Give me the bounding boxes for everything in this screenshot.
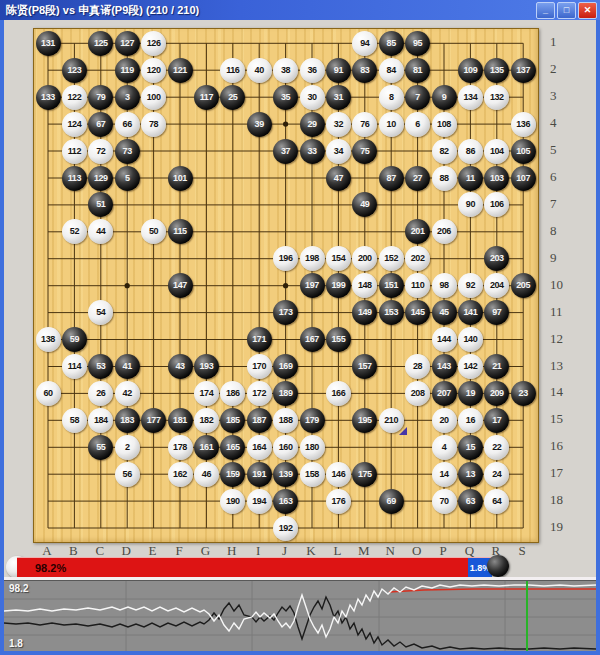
winrate-bar: 98.2% 1.8%: [17, 557, 492, 577]
row-label-4: 4: [550, 115, 572, 131]
stone-9: 9: [432, 85, 457, 110]
stone-54: 54: [88, 300, 113, 325]
stone-10: 10: [379, 112, 404, 137]
stone-113: 113: [62, 166, 87, 191]
stone-81: 81: [405, 58, 430, 83]
stone-94: 94: [352, 31, 377, 56]
stone-3: 3: [115, 85, 140, 110]
stone-49: 49: [352, 192, 377, 217]
stone-108: 108: [432, 112, 457, 137]
stone-135: 135: [484, 58, 509, 83]
stone-17: 17: [484, 408, 509, 433]
stone-158: 158: [300, 462, 325, 487]
stone-198: 198: [300, 246, 325, 271]
row-label-16: 16: [550, 438, 572, 454]
row-label-19: 19: [550, 519, 572, 535]
window-border-right: [596, 20, 600, 655]
stone-194: 194: [247, 489, 272, 514]
stone-28: 28: [405, 354, 430, 379]
stone-193: 193: [194, 354, 219, 379]
stone-60: 60: [36, 381, 61, 406]
stone-39: 39: [247, 112, 272, 137]
stone-140: 140: [458, 327, 483, 352]
stone-131: 131: [36, 31, 61, 56]
last-move-marker: [399, 427, 407, 435]
stone-167: 167: [300, 327, 325, 352]
stone-192: 192: [273, 516, 298, 541]
stone-66: 66: [115, 112, 140, 137]
stone-191: 191: [247, 462, 272, 487]
stone-95: 95: [405, 31, 430, 56]
row-label-17: 17: [550, 465, 572, 481]
stone-155: 155: [326, 327, 351, 352]
stone-148: 148: [352, 273, 377, 298]
stone-201: 201: [405, 219, 430, 244]
stone-199: 199: [326, 273, 351, 298]
stone-145: 145: [405, 300, 430, 325]
stone-137: 137: [511, 58, 536, 83]
graph-white-value: 98.2: [9, 583, 28, 594]
stone-25: 25: [220, 85, 245, 110]
winrate-graph-plot: [4, 581, 596, 652]
stone-171: 171: [247, 327, 272, 352]
stone-53: 53: [88, 354, 113, 379]
stone-117: 117: [194, 85, 219, 110]
stone-40: 40: [247, 58, 272, 83]
stone-164: 164: [247, 435, 272, 460]
stone-38: 38: [273, 58, 298, 83]
stone-165: 165: [220, 435, 245, 460]
stone-73: 73: [115, 139, 140, 164]
stone-163: 163: [273, 489, 298, 514]
stone-34: 34: [326, 139, 351, 164]
stone-23: 23: [511, 381, 536, 406]
stone-176: 176: [326, 489, 351, 514]
go-board[interactable]: 1311251271269485951231191201211164038369…: [33, 28, 539, 543]
stone-154: 154: [326, 246, 351, 271]
stone-52: 52: [62, 219, 87, 244]
stone-112: 112: [62, 139, 87, 164]
close-button[interactable]: ✕: [578, 2, 597, 19]
stone-106: 106: [484, 192, 509, 217]
stone-84: 84: [379, 58, 404, 83]
stone-143: 143: [432, 354, 457, 379]
stone-153: 153: [379, 300, 404, 325]
stone-110: 110: [405, 273, 430, 298]
stone-7: 7: [405, 85, 430, 110]
stone-142: 142: [458, 354, 483, 379]
row-label-6: 6: [550, 169, 572, 185]
stone-51: 51: [88, 192, 113, 217]
title-bar[interactable]: 陈贤(P8段) vs 申真谞(P9段) (210 / 210) _ □ ✕: [0, 0, 600, 20]
stone-173: 173: [273, 300, 298, 325]
stone-178: 178: [168, 435, 193, 460]
stone-11: 11: [458, 166, 483, 191]
row-label-5: 5: [550, 142, 572, 158]
stone-101: 101: [168, 166, 193, 191]
stone-172: 172: [247, 381, 272, 406]
stone-136: 136: [511, 112, 536, 137]
stone-179: 179: [300, 408, 325, 433]
stone-146: 146: [326, 462, 351, 487]
stone-129: 129: [88, 166, 113, 191]
row-label-8: 8: [550, 223, 572, 239]
stone-35: 35: [273, 85, 298, 110]
stone-58: 58: [62, 408, 87, 433]
stone-56: 56: [115, 462, 140, 487]
stone-200: 200: [352, 246, 377, 271]
stone-21: 21: [484, 354, 509, 379]
minimize-button[interactable]: _: [536, 2, 555, 19]
stone-151: 151: [379, 273, 404, 298]
stone-107: 107: [511, 166, 536, 191]
stone-63: 63: [458, 489, 483, 514]
stone-189: 189: [273, 381, 298, 406]
stone-41: 41: [115, 354, 140, 379]
stone-82: 82: [432, 139, 457, 164]
stone-133: 133: [36, 85, 61, 110]
stone-79: 79: [88, 85, 113, 110]
stone-134: 134: [458, 85, 483, 110]
stone-92: 92: [458, 273, 483, 298]
white-winrate-label: 98.2%: [35, 562, 66, 574]
stone-197: 197: [300, 273, 325, 298]
stone-8: 8: [379, 85, 404, 110]
stone-19: 19: [458, 381, 483, 406]
stone-144: 144: [432, 327, 457, 352]
stone-210: 210: [379, 408, 404, 433]
stone-42: 42: [115, 381, 140, 406]
stone-149: 149: [352, 300, 377, 325]
stone-15: 15: [458, 435, 483, 460]
stone-182: 182: [194, 408, 219, 433]
stone-83: 83: [352, 58, 377, 83]
stone-45: 45: [432, 300, 457, 325]
row-label-10: 10: [550, 277, 572, 293]
stone-185: 185: [220, 408, 245, 433]
stone-55: 55: [88, 435, 113, 460]
winrate-graph[interactable]: 98.2 1.8: [4, 580, 596, 652]
stone-209: 209: [484, 381, 509, 406]
stone-85: 85: [379, 31, 404, 56]
row-label-12: 12: [550, 331, 572, 347]
stone-31: 31: [326, 85, 351, 110]
stone-78: 78: [141, 112, 166, 137]
stone-6: 6: [405, 112, 430, 137]
stone-160: 160: [273, 435, 298, 460]
stone-46: 46: [194, 462, 219, 487]
row-label-1: 1: [550, 34, 572, 50]
stone-119: 119: [115, 58, 140, 83]
stone-207: 207: [432, 381, 457, 406]
stone-105: 105: [511, 139, 536, 164]
row-label-15: 15: [550, 411, 572, 427]
stone-202: 202: [405, 246, 430, 271]
stone-104: 104: [484, 139, 509, 164]
stone-76: 76: [352, 112, 377, 137]
stone-183: 183: [115, 408, 140, 433]
stone-2: 2: [115, 435, 140, 460]
stone-188: 188: [273, 408, 298, 433]
stone-115: 115: [168, 219, 193, 244]
white-winrate-segment: 98.2%: [17, 558, 468, 577]
stone-67: 67: [88, 112, 113, 137]
stone-22: 22: [484, 435, 509, 460]
row-label-18: 18: [550, 492, 572, 508]
stone-26: 26: [88, 381, 113, 406]
stone-125: 125: [88, 31, 113, 56]
stone-180: 180: [300, 435, 325, 460]
stone-64: 64: [484, 489, 509, 514]
stone-114: 114: [62, 354, 87, 379]
stone-190: 190: [220, 489, 245, 514]
stone-109: 109: [458, 58, 483, 83]
stone-100: 100: [141, 85, 166, 110]
stone-33: 33: [300, 139, 325, 164]
stone-123: 123: [62, 58, 87, 83]
stone-184: 184: [88, 408, 113, 433]
stone-206: 206: [432, 219, 457, 244]
window-title: 陈贤(P8段) vs 申真谞(P9段) (210 / 210): [0, 3, 199, 18]
stone-103: 103: [484, 166, 509, 191]
stone-90: 90: [458, 192, 483, 217]
stone-14: 14: [432, 462, 457, 487]
stone-177: 177: [141, 408, 166, 433]
stone-120: 120: [141, 58, 166, 83]
stone-59: 59: [62, 327, 87, 352]
app-window: 陈贤(P8段) vs 申真谞(P9段) (210 / 210) _ □ ✕ 13…: [0, 0, 600, 655]
stone-87: 87: [379, 166, 404, 191]
stone-159: 159: [220, 462, 245, 487]
stone-20: 20: [432, 408, 457, 433]
stone-121: 121: [168, 58, 193, 83]
stone-169: 169: [273, 354, 298, 379]
stone-170: 170: [247, 354, 272, 379]
stone-36: 36: [300, 58, 325, 83]
stone-147: 147: [168, 273, 193, 298]
stone-98: 98: [432, 273, 457, 298]
row-label-7: 7: [550, 196, 572, 212]
row-label-14: 14: [550, 384, 572, 400]
stone-4: 4: [432, 435, 457, 460]
stone-27: 27: [405, 166, 430, 191]
stone-139: 139: [273, 462, 298, 487]
stone-174: 174: [194, 381, 219, 406]
stone-97: 97: [484, 300, 509, 325]
stone-13: 13: [458, 462, 483, 487]
stone-127: 127: [115, 31, 140, 56]
stone-196: 196: [273, 246, 298, 271]
stone-50: 50: [141, 219, 166, 244]
stone-5: 5: [115, 166, 140, 191]
stone-32: 32: [326, 112, 351, 137]
graph-black-value: 1.8: [9, 638, 23, 649]
stone-44: 44: [88, 219, 113, 244]
stone-16: 16: [458, 408, 483, 433]
stone-162: 162: [168, 462, 193, 487]
stone-47: 47: [326, 166, 351, 191]
stone-86: 86: [458, 139, 483, 164]
stone-161: 161: [194, 435, 219, 460]
row-label-3: 3: [550, 88, 572, 104]
stone-138: 138: [36, 327, 61, 352]
stone-69: 69: [379, 489, 404, 514]
row-label-9: 9: [550, 250, 572, 266]
row-label-13: 13: [550, 358, 572, 374]
stone-157: 157: [352, 354, 377, 379]
stone-195: 195: [352, 408, 377, 433]
stone-91: 91: [326, 58, 351, 83]
stone-122: 122: [62, 85, 87, 110]
stone-116: 116: [220, 58, 245, 83]
stone-187: 187: [247, 408, 272, 433]
stone-141: 141: [458, 300, 483, 325]
stone-181: 181: [168, 408, 193, 433]
stone-88: 88: [432, 166, 457, 191]
stone-208: 208: [405, 381, 430, 406]
stone-205: 205: [511, 273, 536, 298]
col-label-S: S: [512, 543, 532, 559]
window-border-left: [0, 20, 4, 655]
stone-126: 126: [141, 31, 166, 56]
window-border-bottom: [0, 651, 600, 655]
stone-203: 203: [484, 246, 509, 271]
stone-37: 37: [273, 139, 298, 164]
row-label-2: 2: [550, 61, 572, 77]
stone-43: 43: [168, 354, 193, 379]
stone-166: 166: [326, 381, 351, 406]
window-controls: _ □ ✕: [536, 2, 597, 19]
stone-70: 70: [432, 489, 457, 514]
stone-132: 132: [484, 85, 509, 110]
stone-30: 30: [300, 85, 325, 110]
maximize-button[interactable]: □: [557, 2, 576, 19]
stone-124: 124: [62, 112, 87, 137]
stone-72: 72: [88, 139, 113, 164]
stone-29: 29: [300, 112, 325, 137]
stone-24: 24: [484, 462, 509, 487]
row-label-11: 11: [550, 304, 572, 320]
stone-204: 204: [484, 273, 509, 298]
stone-186: 186: [220, 381, 245, 406]
black-player-stone-icon: [487, 555, 509, 577]
stone-152: 152: [379, 246, 404, 271]
stone-75: 75: [352, 139, 377, 164]
stone-175: 175: [352, 462, 377, 487]
